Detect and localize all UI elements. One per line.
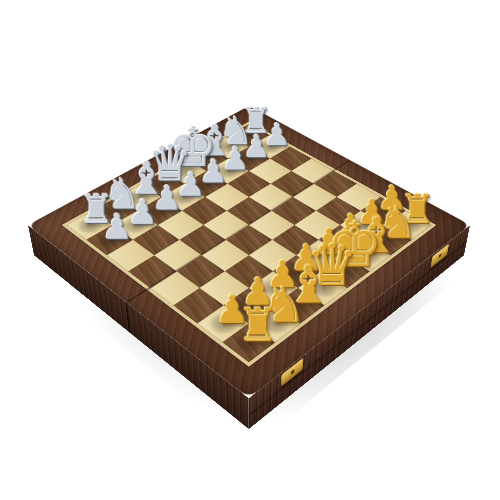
square-a1[interactable]: ♜ [223,323,276,362]
folding-chess-box: ♜♞♝♛♚♝♞♜♟♟♟♟♟♟♟♟♟♟♟♟♟♟♟♟♜♞♝♛♚♝♞♜ [28,106,470,398]
square-d5[interactable] [203,211,249,240]
lid-seam [125,301,131,333]
silver-pawn[interactable]: ♟ [77,210,157,246]
gold-rook[interactable]: ♜ [213,302,304,349]
box-top-face: ♜♞♝♛♚♝♞♜♟♟♟♟♟♟♟♟♟♟♟♟♟♟♟♟♜♞♝♛♚♝♞♜ [28,106,470,398]
square-c5[interactable] [179,225,225,255]
chess-set-photo: ♜♞♝♛♚♝♞♜♟♟♟♟♟♟♟♟♟♟♟♟♟♟♟♟♜♞♝♛♚♝♞♜ [0,0,500,500]
